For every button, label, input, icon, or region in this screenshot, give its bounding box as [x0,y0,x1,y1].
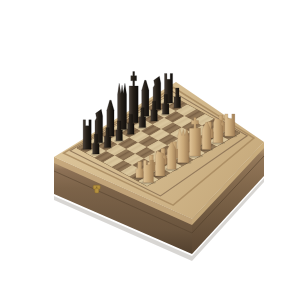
chess-set-product-photo [0,0,300,300]
piece-white-knight-g1 [213,118,222,143]
piece-black-rook-a8 [83,120,91,149]
piece-white-queen-d1 [178,128,189,163]
piece-white-knight-b1 [155,151,164,176]
chess-scene [0,0,300,300]
piece-white-rook-h1 [225,114,235,136]
